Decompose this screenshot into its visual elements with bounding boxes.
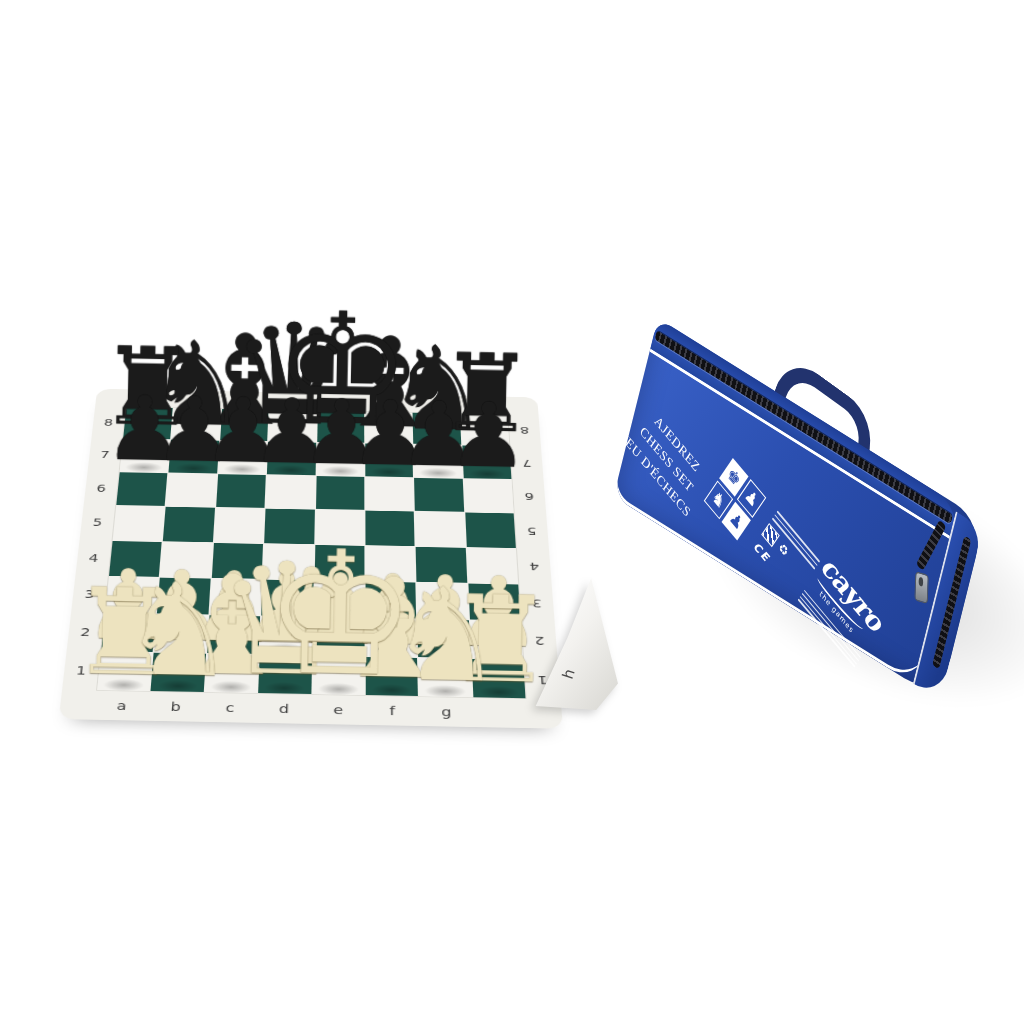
square-h6[interactable] (463, 479, 513, 513)
square-b1[interactable]: ♞ (151, 653, 206, 692)
bag-title: AJEDREZCHESS SETJEU D'ÉCHECS (616, 396, 716, 524)
coord-label: f (365, 696, 419, 726)
square-e6[interactable] (315, 476, 364, 510)
coord-label: e (311, 695, 365, 725)
square-c6[interactable] (216, 474, 266, 508)
vinyl-chess-mat: 87654321 ♜♞♝♛♚♝♞♜♟♟♟♟♟♟♟♟♟♟♟♟♟♟♟♟♜♞♝♛♚♝♞… (59, 389, 563, 729)
coord-label: 5 (515, 513, 549, 549)
coord-label: 6 (512, 479, 546, 514)
white-knight-b1[interactable]: ♞ (120, 569, 237, 693)
square-h7[interactable]: ♟ (462, 446, 511, 479)
coord-label: b (147, 692, 203, 722)
curled-corner: h (534, 578, 618, 710)
square-a6[interactable] (116, 472, 167, 506)
coord-label (473, 698, 529, 728)
coord-label: 6 (84, 471, 119, 505)
coord-label: d (256, 694, 311, 724)
chess-pictograms: ♚♟♞♟ (704, 458, 766, 541)
square-a5[interactable] (113, 506, 165, 541)
coord-label: a (93, 691, 150, 721)
coord-label: c (202, 693, 258, 723)
square-h5[interactable] (465, 513, 516, 548)
chess-board-grid: ♜♞♝♛♚♝♞♜♟♟♟♟♟♟♟♟♟♟♟♟♟♟♟♟♜♞♝♛♚♝♞♜ (96, 407, 527, 700)
square-g6[interactable] (414, 478, 464, 512)
square-b6[interactable] (166, 473, 217, 507)
hatched-box-icon (761, 522, 780, 546)
coord-label: g (419, 697, 474, 727)
black-pawn-h7[interactable]: ♟ (447, 393, 529, 479)
square-d6[interactable] (266, 475, 315, 509)
chess-board-scene: 87654321 ♜♞♝♛♚♝♞♜♟♟♟♟♟♟♟♟♟♟♟♟♟♟♟♟♜♞♝♛♚♝♞… (41, 388, 587, 728)
square-f6[interactable] (365, 477, 414, 511)
square-e1[interactable]: ♚ (312, 656, 365, 695)
curl-fold (534, 578, 618, 710)
white-king-e1[interactable]: ♚ (262, 532, 417, 696)
product-photo: 87654321 ♜♞♝♛♚♝♞♜♟♟♟♟♟♟♟♟♟♟♟♟♟♟♟♟♜♞♝♛♚♝♞… (0, 0, 1024, 1024)
coord-label: 5 (80, 505, 116, 540)
recycle-icon: ♻ (776, 541, 790, 559)
zipper-pull-icon (914, 571, 928, 604)
square-g1[interactable]: ♞ (418, 658, 471, 698)
square-b5[interactable] (163, 507, 215, 542)
square-g5[interactable] (415, 512, 465, 547)
